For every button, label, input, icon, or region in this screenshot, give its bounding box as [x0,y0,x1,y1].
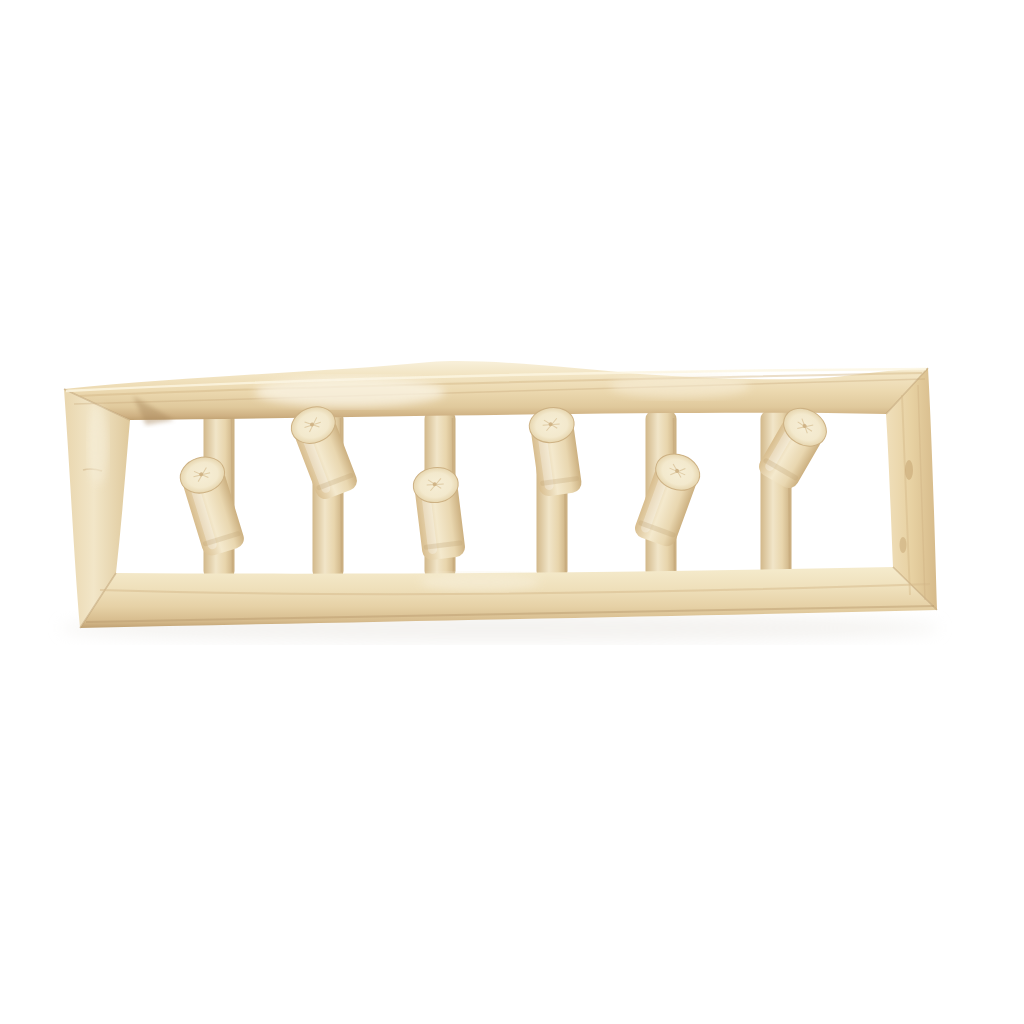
peg-1 [176,452,248,558]
coat-rack-photo [0,0,1024,1024]
peg-group [176,401,833,561]
dowel-group [204,410,792,580]
bottom-rail-pale-wash [420,573,540,591]
right-stile-knot-1 [905,460,913,480]
peg-5 [631,448,705,549]
product-photo-canvas [0,0,1024,1024]
top-rail-pale-wash [255,377,445,407]
right-stile-knot-2 [900,537,907,553]
peg-3 [411,465,467,561]
top-rail-pale-wash-2 [610,374,750,398]
left-stile-pale-wash [88,405,108,485]
peg-4 [527,405,584,498]
